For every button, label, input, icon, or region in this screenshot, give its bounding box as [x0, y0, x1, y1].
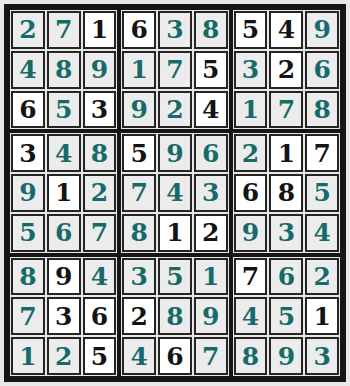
cell-r7c1[interactable]: 8: [11, 258, 45, 296]
cell-r2c7[interactable]: 3: [234, 51, 268, 89]
box-2-3: 217685934: [231, 131, 342, 254]
cell-r4c5[interactable]: 9: [158, 134, 192, 172]
box-1-3: 549326178: [231, 8, 342, 131]
page-background: 2714896536381759245493261783489125675967…: [0, 0, 350, 386]
box-2-1: 348912567: [8, 131, 119, 254]
cell-r2c4[interactable]: 1: [122, 51, 156, 89]
cell-r1c4[interactable]: 6: [122, 11, 156, 49]
cell-r8c9[interactable]: 1: [305, 297, 339, 335]
cell-r4c1[interactable]: 3: [11, 134, 45, 172]
cell-r7c9[interactable]: 2: [305, 258, 339, 296]
cell-r3c8[interactable]: 7: [269, 91, 303, 129]
cell-r9c8[interactable]: 9: [269, 337, 303, 375]
cell-r3c5[interactable]: 2: [158, 91, 192, 129]
cell-r9c3[interactable]: 5: [83, 337, 117, 375]
cell-r5c5[interactable]: 4: [158, 174, 192, 212]
cell-r6c1[interactable]: 5: [11, 214, 45, 252]
cell-r8c6[interactable]: 9: [194, 297, 228, 335]
cell-r3c4[interactable]: 9: [122, 91, 156, 129]
cell-r3c1[interactable]: 6: [11, 91, 45, 129]
cell-r4c7[interactable]: 2: [234, 134, 268, 172]
box-2-2: 596743812: [119, 131, 230, 254]
cell-r7c2[interactable]: 9: [47, 258, 81, 296]
box-3-1: 894736125: [8, 255, 119, 378]
cell-r1c5[interactable]: 3: [158, 11, 192, 49]
cell-r4c4[interactable]: 5: [122, 134, 156, 172]
cell-r5c3[interactable]: 2: [83, 174, 117, 212]
cell-r4c2[interactable]: 4: [47, 134, 81, 172]
cell-r6c2[interactable]: 6: [47, 214, 81, 252]
cell-r3c6[interactable]: 4: [194, 91, 228, 129]
cell-r7c4[interactable]: 3: [122, 258, 156, 296]
cell-r3c2[interactable]: 5: [47, 91, 81, 129]
cell-r2c1[interactable]: 4: [11, 51, 45, 89]
cell-r7c6[interactable]: 1: [194, 258, 228, 296]
cell-r4c3[interactable]: 8: [83, 134, 117, 172]
cell-r1c3[interactable]: 1: [83, 11, 117, 49]
cell-r9c5[interactable]: 6: [158, 337, 192, 375]
cell-r5c6[interactable]: 3: [194, 174, 228, 212]
cell-r3c7[interactable]: 1: [234, 91, 268, 129]
cell-r8c4[interactable]: 2: [122, 297, 156, 335]
cell-r4c8[interactable]: 1: [269, 134, 303, 172]
cell-r9c2[interactable]: 2: [47, 337, 81, 375]
box-1-2: 638175924: [119, 8, 230, 131]
cell-r6c7[interactable]: 9: [234, 214, 268, 252]
cell-r6c5[interactable]: 1: [158, 214, 192, 252]
cell-r2c2[interactable]: 8: [47, 51, 81, 89]
cell-r7c8[interactable]: 6: [269, 258, 303, 296]
cell-r6c4[interactable]: 8: [122, 214, 156, 252]
cell-r3c9[interactable]: 8: [305, 91, 339, 129]
cell-r9c4[interactable]: 4: [122, 337, 156, 375]
cell-r9c6[interactable]: 7: [194, 337, 228, 375]
cell-r8c1[interactable]: 7: [11, 297, 45, 335]
cell-r6c6[interactable]: 2: [194, 214, 228, 252]
cell-r8c2[interactable]: 3: [47, 297, 81, 335]
box-1-1: 271489653: [8, 8, 119, 131]
cell-r5c9[interactable]: 5: [305, 174, 339, 212]
cell-r1c8[interactable]: 4: [269, 11, 303, 49]
cell-r5c1[interactable]: 9: [11, 174, 45, 212]
cell-r2c5[interactable]: 7: [158, 51, 192, 89]
cell-r2c6[interactable]: 5: [194, 51, 228, 89]
cell-r6c3[interactable]: 7: [83, 214, 117, 252]
box-3-3: 762451893: [231, 255, 342, 378]
cell-r7c7[interactable]: 7: [234, 258, 268, 296]
cell-r4c6[interactable]: 6: [194, 134, 228, 172]
cell-r8c5[interactable]: 8: [158, 297, 192, 335]
cell-r1c7[interactable]: 5: [234, 11, 268, 49]
cell-r1c1[interactable]: 2: [11, 11, 45, 49]
cell-r9c9[interactable]: 3: [305, 337, 339, 375]
cell-r2c3[interactable]: 9: [83, 51, 117, 89]
cell-r5c4[interactable]: 7: [122, 174, 156, 212]
cell-r9c1[interactable]: 1: [11, 337, 45, 375]
cell-r2c8[interactable]: 2: [269, 51, 303, 89]
cell-r5c2[interactable]: 1: [47, 174, 81, 212]
cell-r5c8[interactable]: 8: [269, 174, 303, 212]
cell-r3c3[interactable]: 3: [83, 91, 117, 129]
cell-r7c5[interactable]: 5: [158, 258, 192, 296]
cell-r6c8[interactable]: 3: [269, 214, 303, 252]
cell-r8c3[interactable]: 6: [83, 297, 117, 335]
cell-r6c9[interactable]: 4: [305, 214, 339, 252]
cell-r8c8[interactable]: 5: [269, 297, 303, 335]
cell-r2c9[interactable]: 6: [305, 51, 339, 89]
sudoku-board: 2714896536381759245493261783489125675967…: [4, 4, 346, 382]
cell-r4c9[interactable]: 7: [305, 134, 339, 172]
cell-r1c6[interactable]: 8: [194, 11, 228, 49]
cell-r5c7[interactable]: 6: [234, 174, 268, 212]
cell-r8c7[interactable]: 4: [234, 297, 268, 335]
cell-r1c2[interactable]: 7: [47, 11, 81, 49]
cell-r1c9[interactable]: 9: [305, 11, 339, 49]
box-3-2: 351289467: [119, 255, 230, 378]
cell-r9c7[interactable]: 8: [234, 337, 268, 375]
cell-r7c3[interactable]: 4: [83, 258, 117, 296]
